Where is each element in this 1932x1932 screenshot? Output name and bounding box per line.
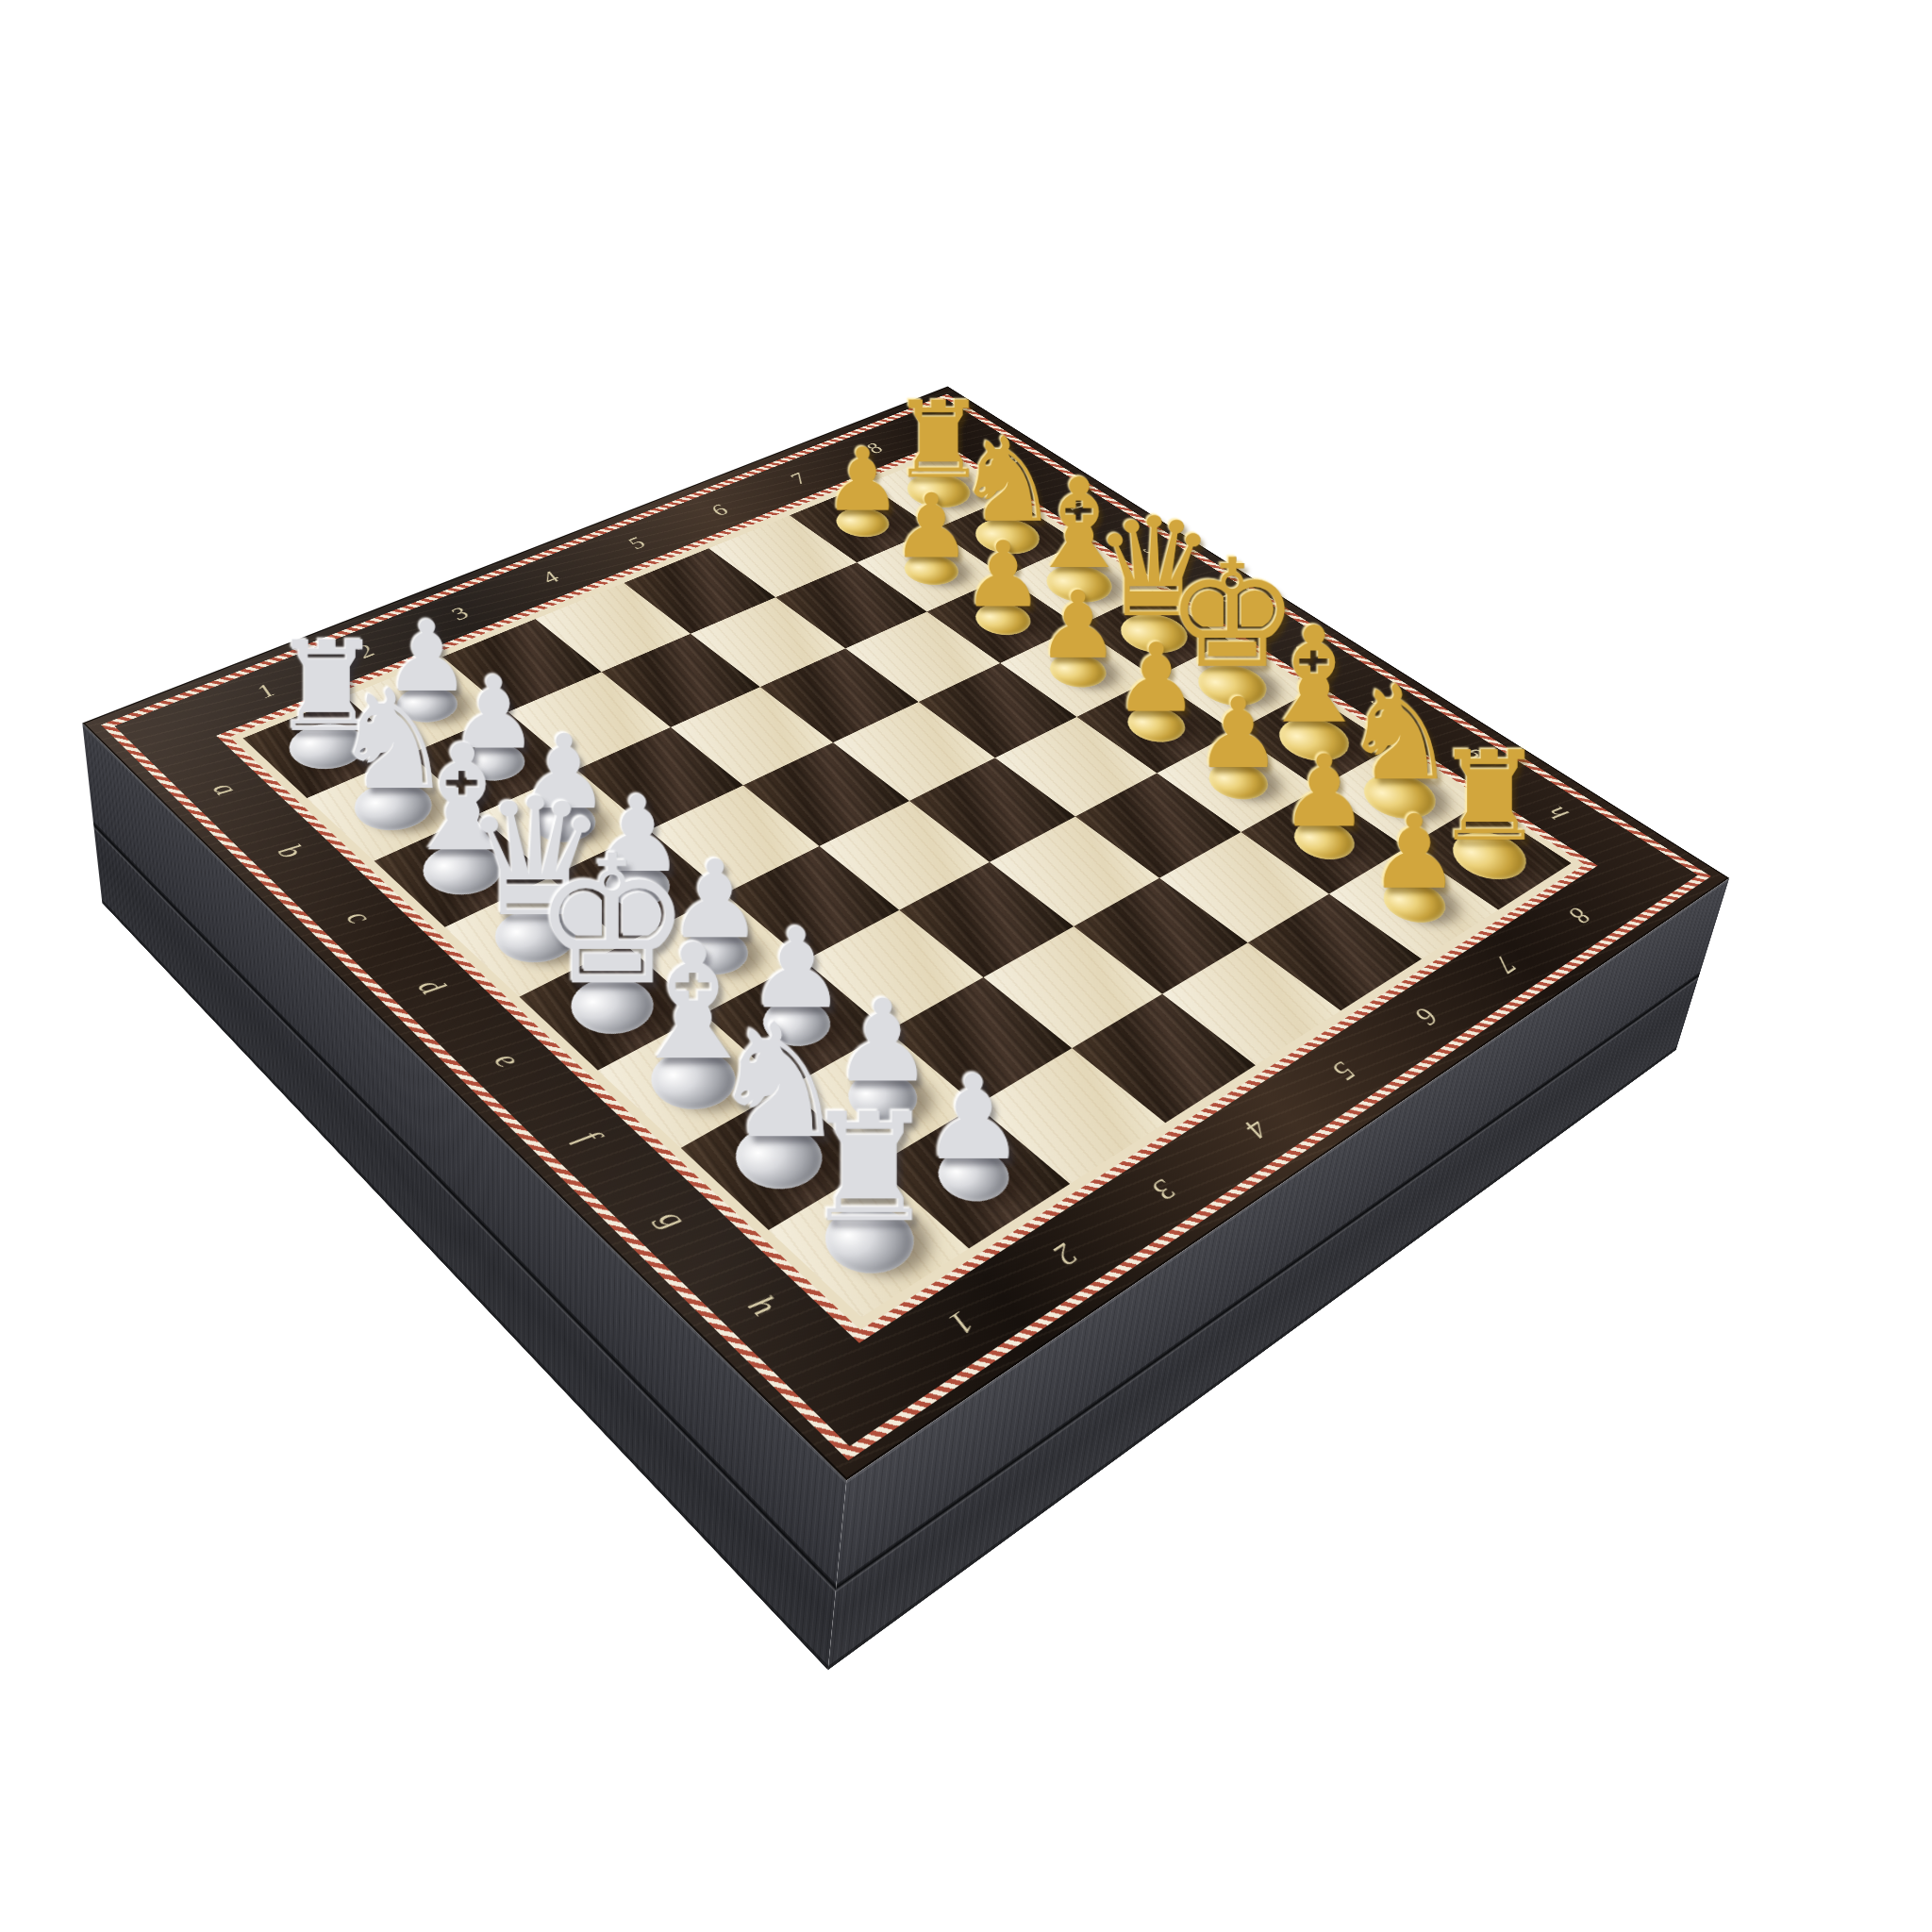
square-h4[interactable]: [1072, 994, 1256, 1124]
product-photo-scene: abcdefgh12345678abcdefgh12345678 ♜♞♝♛♚♝♞…: [0, 0, 1932, 1932]
coord-label-near-right-6: 6: [1395, 995, 1457, 1039]
coord-label-near-left-c: c: [327, 896, 391, 938]
square-h5[interactable]: [1162, 942, 1341, 1065]
coord-label-near-left-a: a: [195, 770, 256, 808]
square-g6[interactable]: [1159, 832, 1329, 942]
coord-label-near-right-7: 7: [1474, 944, 1536, 986]
coord-label-near-left-f: f: [553, 1112, 622, 1162]
square-f4[interactable]: [899, 862, 1074, 977]
square-h6[interactable]: [1248, 894, 1422, 1011]
coord-label-near-right-3: 3: [1129, 1165, 1197, 1216]
coord-label-near-left-b: b: [259, 831, 321, 871]
square-g5[interactable]: [1074, 878, 1248, 994]
square-g4[interactable]: [983, 926, 1162, 1048]
coord-label-near-left-d: d: [398, 964, 463, 1008]
square-f5[interactable]: [990, 817, 1159, 926]
coord-label-near-right-2: 2: [1030, 1228, 1101, 1282]
rook-glyph: ♜: [802, 1096, 937, 1239]
coord-label-near-left-e: e: [474, 1037, 541, 1084]
coord-label-near-right-8: 8: [1550, 896, 1609, 936]
pawn-glyph: ♟: [1368, 805, 1459, 902]
coord-label-near-left-h: h: [726, 1277, 799, 1334]
square-e4[interactable]: [820, 801, 990, 910]
piece-silver-rook-h1[interactable]: ♜: [783, 1077, 954, 1239]
piece-gold-pawn-h7[interactable]: ♟: [1341, 790, 1486, 902]
coord-label-near-left-g: g: [637, 1192, 708, 1245]
coord-label-near-right-4: 4: [1223, 1105, 1289, 1153]
board-top-face: abcdefgh12345678abcdefgh12345678: [82, 386, 1729, 1480]
chess-board-box: abcdefgh12345678abcdefgh12345678 ♜♞♝♛♚♝♞…: [82, 386, 1729, 1480]
coord-label-near-right-5: 5: [1311, 1049, 1375, 1094]
coord-label-near-right-1: 1: [924, 1295, 997, 1352]
